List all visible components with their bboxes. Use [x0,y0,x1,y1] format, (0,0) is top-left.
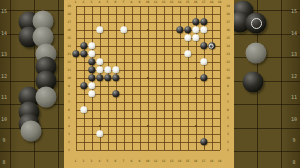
board-grid-line [76,142,220,143]
row-label-left: 14 [67,45,71,48]
row-label-left: 8 [68,93,70,96]
panel-row-label: 8 [292,159,295,165]
black-stone[interactable] [200,138,207,145]
panel-grid-line [10,0,11,168]
white-stone[interactable] [88,90,95,97]
row-label-right: 4 [227,125,229,128]
panel-grid-line [234,151,300,152]
go-board[interactable]: 1122334455667788991010111112121313141415… [64,0,234,168]
last-move-marker [209,43,214,48]
white-stone[interactable] [88,42,95,49]
panel-white-stone [246,43,267,64]
panel-black-stone [243,72,264,93]
col-label-top: 18 [210,1,214,4]
white-stone[interactable] [192,26,199,33]
row-label-left: 9 [68,85,70,88]
col-label-top: 10 [146,1,150,4]
row-label-left: 13 [67,53,71,56]
col-label-bottom: 6 [115,160,117,163]
white-stone[interactable] [96,66,103,73]
row-label-right: 2 [227,141,229,144]
star-point [147,77,149,79]
black-stone[interactable] [200,18,207,25]
col-label-bottom: 9 [139,160,141,163]
panel-row-label: 14 [291,30,297,36]
row-label-right: 12 [226,61,230,64]
board-grid-line [172,6,173,150]
board-grid-line [76,94,220,95]
white-stone[interactable] [120,26,127,33]
row-label-left: 11 [67,69,71,72]
black-stone[interactable] [208,42,215,49]
panel-row-label: 11 [291,94,297,100]
col-label-top: 16 [194,1,198,4]
col-label-top: 17 [202,1,206,4]
row-label-right: 6 [227,109,229,112]
panel-row-label: 12 [291,73,297,79]
black-stone[interactable] [72,50,79,57]
board-grid-line [212,6,213,150]
black-stone[interactable] [88,66,95,73]
row-label-right: 11 [226,69,230,72]
row-label-left: 3 [68,133,70,136]
white-stone[interactable] [192,34,199,41]
black-stone[interactable] [192,18,199,25]
row-label-left: 12 [67,61,71,64]
panel-last-move-marker [251,18,262,29]
white-stone[interactable] [80,106,87,113]
row-label-right: 14 [226,45,230,48]
board-grid-line [164,6,165,150]
panel-row-label: 12 [1,73,7,79]
row-label-left: 10 [67,77,71,80]
panel-grid-line [281,0,282,168]
black-stone[interactable] [112,74,119,81]
col-label-bottom: 7 [123,160,125,163]
row-label-right: 9 [227,85,229,88]
row-label-right: 17 [226,21,230,24]
col-label-bottom: 8 [131,160,133,163]
row-label-left: 4 [68,125,70,128]
panel-row-label: 10 [291,116,297,122]
col-label-bottom: 14 [178,160,182,163]
col-label-top: 4 [99,1,101,4]
col-label-bottom: 4 [99,160,101,163]
row-label-right: 8 [227,93,229,96]
star-point [195,77,197,79]
white-stone[interactable] [88,82,95,89]
panel-grid-line [234,128,300,129]
white-stone[interactable] [96,130,103,137]
white-stone[interactable] [104,66,111,73]
panel-row-label: 15 [1,8,7,14]
panel-black-stone [246,13,267,34]
col-label-top: 9 [139,1,141,4]
black-stone[interactable] [176,26,183,33]
panel-row-label: 15 [291,8,297,14]
black-stone[interactable] [80,82,87,89]
panel-grid-line [234,57,300,58]
white-stone[interactable] [88,50,95,57]
col-label-bottom: 12 [162,160,166,163]
col-label-top: 2 [83,1,85,4]
white-stone[interactable] [184,34,191,41]
col-label-bottom: 10 [146,160,150,163]
white-stone[interactable] [200,26,207,33]
panel-row-label: 13 [291,51,297,57]
col-label-top: 19 [218,1,222,4]
black-stone[interactable] [88,58,95,65]
row-label-right: 7 [227,101,229,104]
row-label-right: 15 [226,37,230,40]
white-stone[interactable] [112,66,119,73]
black-stone[interactable] [112,90,119,97]
panel-grid-line [234,104,300,105]
row-label-right: 19 [226,5,230,8]
col-label-top: 7 [123,1,125,4]
panel-grid-line [58,0,59,168]
col-label-top: 14 [178,1,182,4]
black-stone[interactable] [80,42,87,49]
panel-row-label: 9 [2,137,5,143]
col-label-bottom: 15 [186,160,190,163]
col-label-bottom: 17 [202,160,206,163]
col-label-bottom: 2 [83,160,85,163]
star-point [99,125,101,127]
panel-row-label: 9 [292,137,295,143]
row-label-left: 18 [67,13,71,16]
row-label-right: 10 [226,77,230,80]
col-label-bottom: 1 [75,160,77,163]
black-stone[interactable] [80,50,87,57]
row-label-left: 17 [67,21,71,24]
col-label-bottom: 11 [154,160,158,163]
white-stone[interactable] [184,50,191,57]
black-stone[interactable] [88,74,95,81]
board-grid-line [76,110,220,111]
panel-row-label: 14 [1,30,7,36]
white-stone[interactable] [96,58,103,65]
star-point [147,29,149,31]
row-label-left: 16 [67,29,71,32]
black-stone[interactable] [104,74,111,81]
white-stone[interactable] [96,26,103,33]
row-label-right: 16 [226,29,230,32]
col-label-top: 8 [131,1,133,4]
white-stone[interactable] [200,58,207,65]
panel-row-label: 8 [2,159,5,165]
board-grid-line [76,150,220,151]
black-stone[interactable] [200,42,207,49]
row-label-left: 7 [68,101,70,104]
row-label-left: 1 [68,149,70,152]
black-stone[interactable] [200,74,207,81]
col-label-top: 13 [170,1,174,4]
col-label-bottom: 5 [107,160,109,163]
star-point [195,125,197,127]
panel-row-label: 13 [1,51,7,57]
board-grid-line [220,6,221,150]
col-label-top: 5 [107,1,109,4]
panel-white-stone [36,87,57,108]
row-label-left: 15 [67,37,71,40]
col-label-top: 15 [186,1,190,4]
row-label-right: 5 [227,117,229,120]
star-point [147,125,149,127]
panel-row-label: 11 [1,94,7,100]
board-grid-line [76,102,220,103]
col-label-top: 1 [75,1,77,4]
board-grid-line [76,118,220,119]
col-label-top: 11 [154,1,158,4]
panel-grid-line [0,10,64,11]
board-grid-line [76,86,220,87]
background-panel-left: 15141312111098 [0,0,64,168]
row-label-right: 1 [227,149,229,152]
col-label-bottom: 19 [218,160,222,163]
row-label-left: 19 [67,5,71,8]
row-label-left: 5 [68,117,70,120]
panel-row-label: 10 [1,116,7,122]
background-panel-right: 15141312111098 [234,0,300,168]
col-label-bottom: 3 [91,160,93,163]
black-stone[interactable] [96,74,103,81]
row-label-left: 2 [68,141,70,144]
col-label-top: 12 [162,1,166,4]
panel-white-stone [21,121,42,142]
board-grid-line [156,6,157,150]
panel-grid-line [0,151,64,152]
col-label-bottom: 18 [210,160,214,163]
row-label-left: 6 [68,109,70,112]
row-label-right: 18 [226,13,230,16]
col-label-bottom: 16 [194,160,198,163]
col-label-top: 3 [91,1,93,4]
go-app-frame: 15141312111098 1122334455667788991010111… [0,0,300,168]
col-label-bottom: 13 [170,160,174,163]
row-label-right: 3 [227,133,229,136]
col-label-top: 6 [115,1,117,4]
row-label-right: 13 [226,53,230,56]
black-stone[interactable] [184,26,191,33]
